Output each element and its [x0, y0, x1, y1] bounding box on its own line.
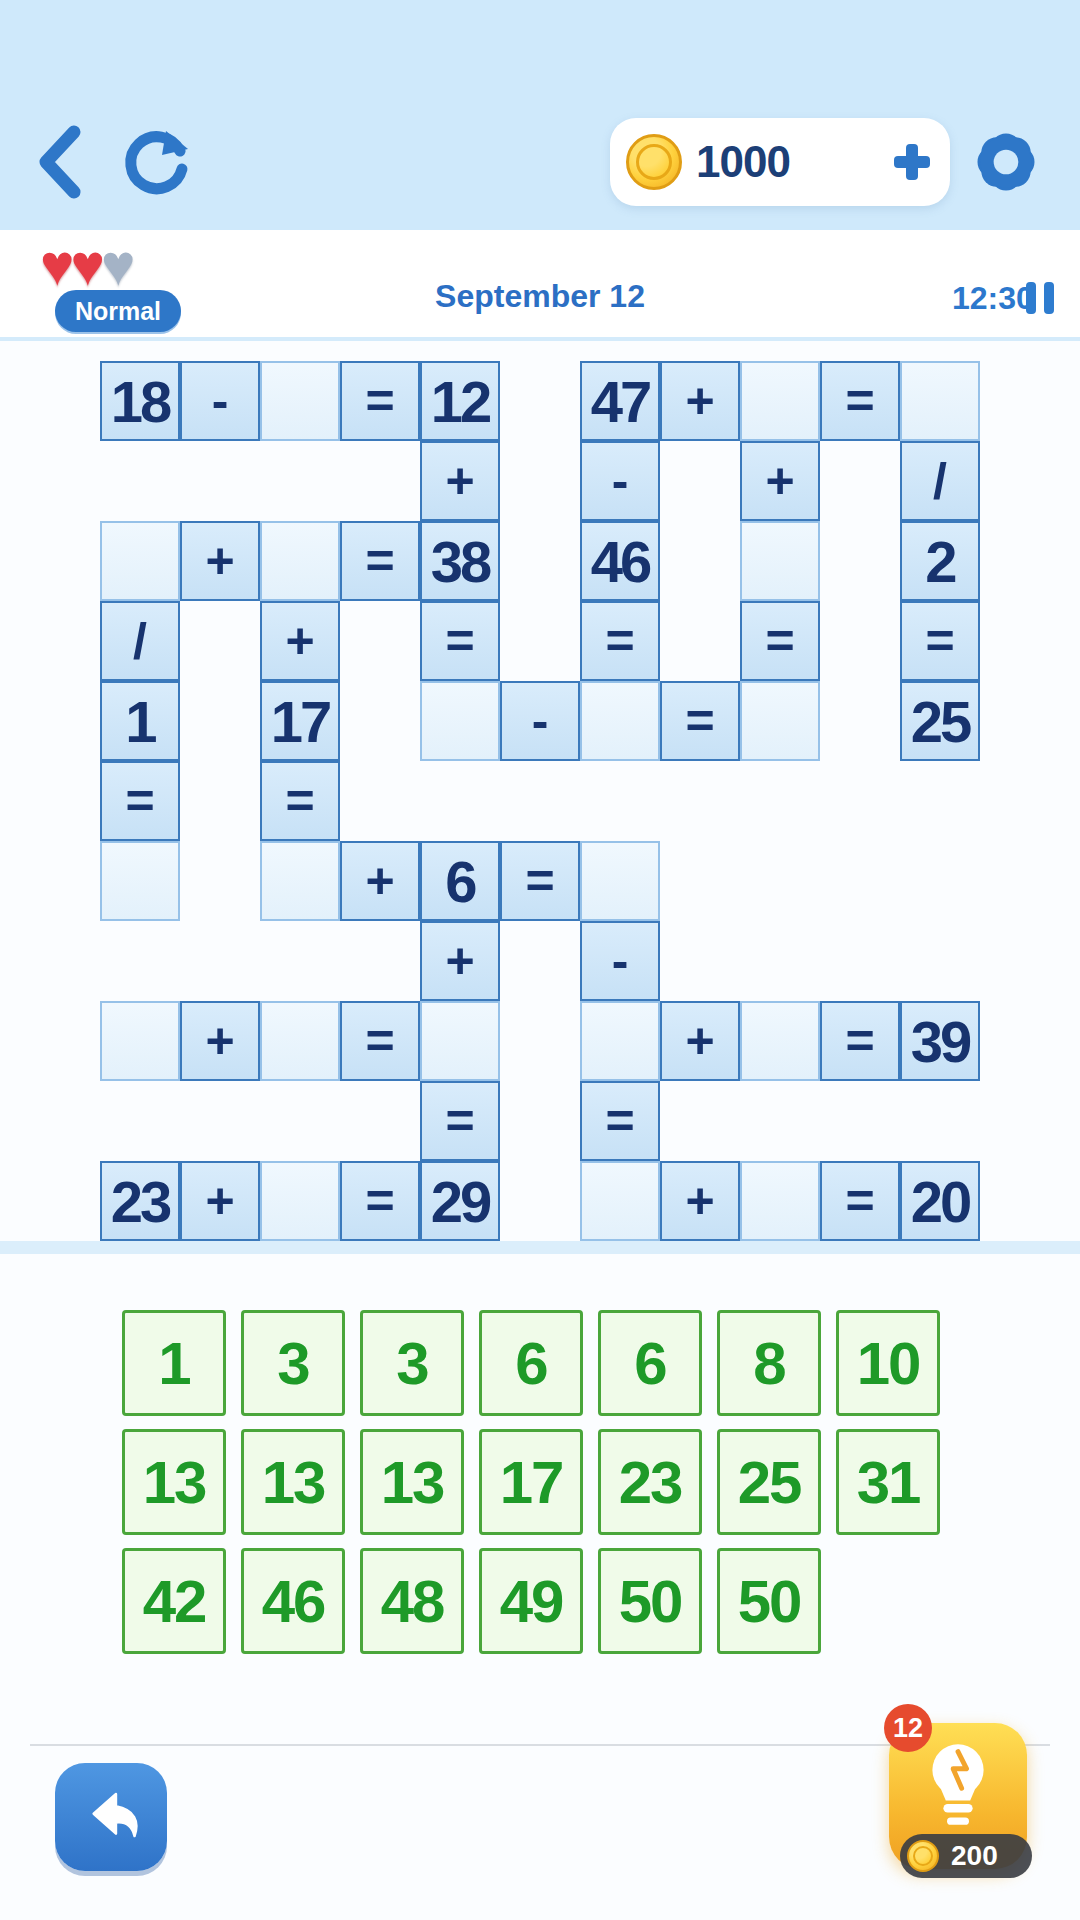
heart-icon-2-red: ♥ — [70, 236, 100, 294]
coin-icon — [626, 134, 682, 190]
board-cell-given-r3c5: 38 — [420, 521, 500, 601]
gear-icon — [969, 125, 1043, 203]
board-cell-empty-r7c7[interactable] — [580, 841, 660, 921]
board-cell-op-r2c7: - — [580, 441, 660, 521]
timer-value: 12:30 — [952, 280, 1034, 317]
board-cell-op-r1c4: = — [340, 361, 420, 441]
back-chevron-icon — [36, 124, 84, 204]
header-divider — [0, 337, 1080, 341]
lightbulb-icon — [921, 1737, 995, 1841]
board-cell-empty-r9c3[interactable] — [260, 1001, 340, 1081]
board-cell-empty-r1c9[interactable] — [740, 361, 820, 441]
board-cell-given-r1c1: 18 — [100, 361, 180, 441]
board-cell-op-r4c1: / — [100, 601, 180, 681]
restart-button[interactable] — [114, 124, 198, 206]
tray-number-13[interactable]: 13 — [360, 1429, 464, 1535]
tray-number-13[interactable]: 13 — [122, 1429, 226, 1535]
board-cell-op-r7c6: = — [500, 841, 580, 921]
tray-row-3: 424648495050 — [122, 1548, 940, 1654]
tray-number-3[interactable]: 3 — [360, 1310, 464, 1416]
board-cell-given-r1c7: 47 — [580, 361, 660, 441]
board-cell-given-r3c7: 46 — [580, 521, 660, 601]
add-coins-button[interactable] — [892, 142, 932, 182]
level-date: September 12 — [435, 278, 645, 315]
board-cell-op-r5c8: = — [660, 681, 740, 761]
tray-number-48[interactable]: 48 — [360, 1548, 464, 1654]
plus-icon — [892, 142, 932, 182]
board-cell-given-r11c11: 20 — [900, 1161, 980, 1241]
board-cell-empty-r11c3[interactable] — [260, 1161, 340, 1241]
board-cell-given-r5c3: 17 — [260, 681, 340, 761]
board-cell-op-r8c7: - — [580, 921, 660, 1001]
board-cell-op-r3c2: + — [180, 521, 260, 601]
heart-icon-3-gray: ♥ — [101, 236, 131, 294]
board-cell-given-r5c1: 1 — [100, 681, 180, 761]
tray-number-10[interactable]: 10 — [836, 1310, 940, 1416]
board-cell-empty-r1c11[interactable] — [900, 361, 980, 441]
board-cell-op-r4c9: = — [740, 601, 820, 681]
board-cell-op-r4c7: = — [580, 601, 660, 681]
board-cell-op-r11c4: = — [340, 1161, 420, 1241]
tray-row-2: 13131317232531 — [122, 1429, 940, 1535]
hint-cost-pill: 200 — [900, 1834, 1032, 1878]
board-cell-given-r5c11: 25 — [900, 681, 980, 761]
tray-number-46[interactable]: 46 — [241, 1548, 345, 1654]
board-cell-op-r11c8: + — [660, 1161, 740, 1241]
board-cell-op-r4c5: = — [420, 601, 500, 681]
board-cell-given-r3c11: 2 — [900, 521, 980, 601]
board-cell-empty-r7c3[interactable] — [260, 841, 340, 921]
coin-amount: 1000 — [696, 137, 790, 187]
undo-button[interactable] — [55, 1763, 167, 1871]
board-cell-given-r1c5: 12 — [420, 361, 500, 441]
pause-bar-icon — [1026, 282, 1036, 314]
board-cell-empty-r7c1[interactable] — [100, 841, 180, 921]
board-cell-op-r2c9: + — [740, 441, 820, 521]
board-cell-op-r2c11: / — [900, 441, 980, 521]
tray-number-25[interactable]: 25 — [717, 1429, 821, 1535]
tray-number-1[interactable]: 1 — [122, 1310, 226, 1416]
board-cell-op-r3c4: = — [340, 521, 420, 601]
board-cell-op-r9c2: + — [180, 1001, 260, 1081]
board-tray-divider — [0, 1241, 1080, 1254]
board-cell-op-r2c5: + — [420, 441, 500, 521]
board-cell-op-r7c4: + — [340, 841, 420, 921]
board-cell-empty-r9c1[interactable] — [100, 1001, 180, 1081]
board-cell-empty-r9c9[interactable] — [740, 1001, 820, 1081]
board-cell-op-r1c10: = — [820, 361, 900, 441]
tray-number-23[interactable]: 23 — [598, 1429, 702, 1535]
tray-number-13[interactable]: 13 — [241, 1429, 345, 1535]
board-cell-op-r9c8: + — [660, 1001, 740, 1081]
board-cell-empty-r5c7[interactable] — [580, 681, 660, 761]
tray-number-6[interactable]: 6 — [479, 1310, 583, 1416]
board-cell-op-r8c5: + — [420, 921, 500, 1001]
tray-number-42[interactable]: 42 — [122, 1548, 226, 1654]
board-cell-op-r10c7: = — [580, 1081, 660, 1161]
board-cell-op-r1c2: - — [180, 361, 260, 441]
coin-icon — [907, 1840, 939, 1872]
board-cell-op-r11c10: = — [820, 1161, 900, 1241]
board-cell-op-r9c10: = — [820, 1001, 900, 1081]
board-cell-op-r4c3: + — [260, 601, 340, 681]
settings-button[interactable] — [968, 126, 1044, 202]
tray-number-31[interactable]: 31 — [836, 1429, 940, 1535]
board-cell-op-r9c4: = — [340, 1001, 420, 1081]
board-cell-empty-r5c9[interactable] — [740, 681, 820, 761]
board-cell-op-r11c2: + — [180, 1161, 260, 1241]
back-button[interactable] — [30, 122, 90, 206]
hint-count-badge: 12 — [884, 1704, 932, 1752]
tray-number-8[interactable]: 8 — [717, 1310, 821, 1416]
board-cell-op-r6c3: = — [260, 761, 340, 841]
board-cell-empty-r5c5[interactable] — [420, 681, 500, 761]
difficulty-badge: Normal — [55, 290, 181, 332]
hint-cost-value: 200 — [951, 1840, 998, 1872]
tray-number-3[interactable]: 3 — [241, 1310, 345, 1416]
pause-button[interactable] — [1026, 282, 1056, 314]
board-cell-given-r11c1: 23 — [100, 1161, 180, 1241]
board-cell-given-r11c5: 29 — [420, 1161, 500, 1241]
pause-bar-icon — [1044, 282, 1054, 314]
number-tray: 1336681013131317232531424648495050 — [122, 1310, 940, 1654]
board-cell-empty-r11c7[interactable] — [580, 1161, 660, 1241]
top-bar: 1000 — [0, 0, 1080, 230]
board-cell-op-r6c1: = — [100, 761, 180, 841]
board-cell-empty-r1c3[interactable] — [260, 361, 340, 441]
tray-number-49[interactable]: 49 — [479, 1548, 583, 1654]
board-cell-op-r10c5: = — [420, 1081, 500, 1161]
board-cell-op-r4c11: = — [900, 601, 980, 681]
board-cell-empty-r11c9[interactable] — [740, 1161, 820, 1241]
tray-number-6[interactable]: 6 — [598, 1310, 702, 1416]
crossmath-board: 18-=1247+=+-+/+=38462/+====117-=25==+6=+… — [100, 361, 980, 1241]
board-cell-op-r5c6: - — [500, 681, 580, 761]
tray-number-50[interactable]: 50 — [598, 1548, 702, 1654]
tray-number-17[interactable]: 17 — [479, 1429, 583, 1535]
board-cell-op-r1c8: + — [660, 361, 740, 441]
undo-arrow-icon — [80, 1784, 142, 1850]
tray-row-1: 13366810 — [122, 1310, 940, 1416]
coin-balance-pill: 1000 — [610, 118, 950, 206]
board-cell-empty-r9c7[interactable] — [580, 1001, 660, 1081]
refresh-icon — [118, 125, 194, 205]
tray-number-50[interactable]: 50 — [717, 1548, 821, 1654]
heart-icon-1-red: ♥ — [40, 236, 70, 294]
board-cell-empty-r3c9[interactable] — [740, 521, 820, 601]
board-cell-empty-r3c3[interactable] — [260, 521, 340, 601]
board-cell-given-r7c5: 6 — [420, 841, 500, 921]
board-cell-given-r9c11: 39 — [900, 1001, 980, 1081]
board-cell-empty-r9c5[interactable] — [420, 1001, 500, 1081]
board-cell-empty-r3c1[interactable] — [100, 521, 180, 601]
lives-hearts: ♥♥♥ — [40, 236, 131, 294]
